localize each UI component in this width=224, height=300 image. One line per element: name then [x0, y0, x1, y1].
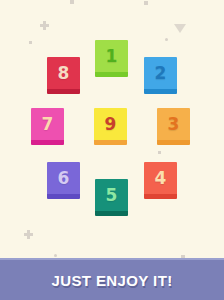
banner: JUST ENJOY IT!: [0, 258, 224, 300]
tile-4[interactable]: 4: [144, 162, 177, 199]
tile-7[interactable]: 7: [31, 108, 64, 145]
tile-1[interactable]: 1: [95, 40, 128, 77]
game-screen: 812793654 JUST ENJOY IT!: [0, 0, 224, 300]
game-board: 812793654: [0, 0, 224, 300]
tile-8[interactable]: 8: [47, 57, 80, 94]
banner-text: JUST ENJOY IT!: [51, 272, 172, 289]
tile-6[interactable]: 6: [47, 162, 80, 199]
tile-5[interactable]: 5: [95, 179, 128, 216]
tile-2[interactable]: 2: [144, 57, 177, 94]
tile-3[interactable]: 3: [157, 108, 190, 145]
tile-9[interactable]: 9: [94, 108, 127, 145]
